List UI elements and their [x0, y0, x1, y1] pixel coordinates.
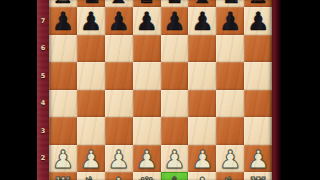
square-c6[interactable] [105, 35, 133, 63]
square-a2[interactable]: ♟ [49, 145, 77, 173]
piece-black-bishop[interactable]: ♝ [191, 0, 213, 7]
piece-black-pawn[interactable]: ♟ [80, 9, 102, 34]
square-c8[interactable]: ♝ [105, 0, 133, 7]
board-viewport: ♜♞♝♛♚♝♞♜♟♟♟♟♟♟♟♟♟♟♟♟♟♟♟♟♜♞♝♛♚♝♞♜ [49, 0, 272, 180]
square-d5[interactable] [133, 62, 161, 90]
piece-white-pawn[interactable]: ♟ [219, 147, 241, 172]
square-g2[interactable]: ♟ [216, 145, 244, 173]
piece-white-pawn[interactable]: ♟ [191, 147, 213, 172]
piece-white-pawn[interactable]: ♟ [247, 147, 269, 172]
square-a6[interactable] [49, 35, 77, 63]
piece-white-queen[interactable]: ♛ [135, 174, 157, 180]
square-e2[interactable]: ♟ [161, 145, 189, 173]
square-g7[interactable]: ♟ [216, 7, 244, 35]
square-b1[interactable]: ♞ [77, 172, 105, 180]
piece-white-knight[interactable]: ♞ [80, 174, 102, 180]
square-h5[interactable] [244, 62, 272, 90]
square-a3[interactable] [49, 117, 77, 145]
piece-black-pawn[interactable]: ♟ [52, 9, 74, 34]
piece-black-rook[interactable]: ♜ [52, 0, 74, 7]
piece-white-bishop[interactable]: ♝ [191, 174, 213, 180]
piece-black-rook[interactable]: ♜ [247, 0, 269, 7]
square-e6[interactable] [161, 35, 189, 63]
square-g4[interactable] [216, 90, 244, 118]
square-h3[interactable] [244, 117, 272, 145]
square-c4[interactable] [105, 90, 133, 118]
piece-black-queen[interactable]: ♛ [135, 0, 157, 7]
square-d7[interactable]: ♟ [133, 7, 161, 35]
piece-black-pawn[interactable]: ♟ [163, 9, 185, 34]
square-a1[interactable]: ♜ [49, 172, 77, 180]
square-f1[interactable]: ♝ [188, 172, 216, 180]
square-h1[interactable]: ♜ [244, 172, 272, 180]
square-d6[interactable] [133, 35, 161, 63]
square-d4[interactable] [133, 90, 161, 118]
board-frame-right [272, 0, 281, 180]
square-d8[interactable]: ♛ [133, 0, 161, 7]
piece-black-king[interactable]: ♚ [163, 0, 185, 7]
square-b3[interactable] [77, 117, 105, 145]
piece-white-rook[interactable]: ♜ [52, 174, 74, 180]
piece-white-knight[interactable]: ♞ [219, 174, 241, 180]
square-h8[interactable]: ♜ [244, 0, 272, 7]
piece-black-pawn[interactable]: ♟ [247, 9, 269, 34]
piece-black-knight[interactable]: ♞ [80, 0, 102, 7]
square-g8[interactable]: ♞ [216, 0, 244, 7]
square-e1[interactable]: ♚ [161, 172, 189, 180]
square-g3[interactable] [216, 117, 244, 145]
square-h2[interactable]: ♟ [244, 145, 272, 173]
square-b4[interactable] [77, 90, 105, 118]
square-d1[interactable]: ♛ [133, 172, 161, 180]
piece-white-pawn[interactable]: ♟ [163, 147, 185, 172]
square-a8[interactable]: ♜ [49, 0, 77, 7]
square-g5[interactable] [216, 62, 244, 90]
square-d2[interactable]: ♟ [133, 145, 161, 173]
square-b2[interactable]: ♟ [77, 145, 105, 173]
piece-white-king[interactable]: ♚ [163, 174, 185, 180]
square-c3[interactable] [105, 117, 133, 145]
square-e5[interactable] [161, 62, 189, 90]
piece-white-pawn[interactable]: ♟ [80, 147, 102, 172]
square-f7[interactable]: ♟ [188, 7, 216, 35]
square-b7[interactable]: ♟ [77, 7, 105, 35]
square-e7[interactable]: ♟ [161, 7, 189, 35]
square-c2[interactable]: ♟ [105, 145, 133, 173]
piece-white-bishop[interactable]: ♝ [108, 174, 130, 180]
piece-black-pawn[interactable]: ♟ [135, 9, 157, 34]
square-c5[interactable] [105, 62, 133, 90]
square-a4[interactable] [49, 90, 77, 118]
square-h6[interactable] [244, 35, 272, 63]
square-h7[interactable]: ♟ [244, 7, 272, 35]
square-f6[interactable] [188, 35, 216, 63]
square-f8[interactable]: ♝ [188, 0, 216, 7]
piece-white-rook[interactable]: ♜ [247, 174, 269, 180]
square-b8[interactable]: ♞ [77, 0, 105, 7]
square-a7[interactable]: ♟ [49, 7, 77, 35]
square-b6[interactable] [77, 35, 105, 63]
chess-app-screen: ♜♞♝♛♚♝♞♜♟♟♟♟♟♟♟♟♟♟♟♟♟♟♟♟♜♞♝♛♚♝♞♜ 765432 [0, 0, 320, 180]
piece-black-pawn[interactable]: ♟ [219, 9, 241, 34]
square-b5[interactable] [77, 62, 105, 90]
square-a5[interactable] [49, 62, 77, 90]
square-g6[interactable] [216, 35, 244, 63]
square-g1[interactable]: ♞ [216, 172, 244, 180]
piece-black-pawn[interactable]: ♟ [191, 9, 213, 34]
board-frame-left [37, 0, 49, 180]
square-c1[interactable]: ♝ [105, 172, 133, 180]
square-e3[interactable] [161, 117, 189, 145]
piece-black-knight[interactable]: ♞ [219, 0, 241, 7]
square-f5[interactable] [188, 62, 216, 90]
piece-black-bishop[interactable]: ♝ [108, 0, 130, 7]
square-e4[interactable] [161, 90, 189, 118]
piece-white-pawn[interactable]: ♟ [135, 147, 157, 172]
square-e8[interactable]: ♚ [161, 0, 189, 7]
piece-white-pawn[interactable]: ♟ [52, 147, 74, 172]
square-c7[interactable]: ♟ [105, 7, 133, 35]
square-h4[interactable] [244, 90, 272, 118]
square-f2[interactable]: ♟ [188, 145, 216, 173]
square-d3[interactable] [133, 117, 161, 145]
piece-black-pawn[interactable]: ♟ [108, 9, 130, 34]
square-f4[interactable] [188, 90, 216, 118]
chess-board[interactable]: ♜♞♝♛♚♝♞♜♟♟♟♟♟♟♟♟♟♟♟♟♟♟♟♟♜♞♝♛♚♝♞♜ [49, 0, 272, 180]
piece-white-pawn[interactable]: ♟ [108, 147, 130, 172]
square-f3[interactable] [188, 117, 216, 145]
